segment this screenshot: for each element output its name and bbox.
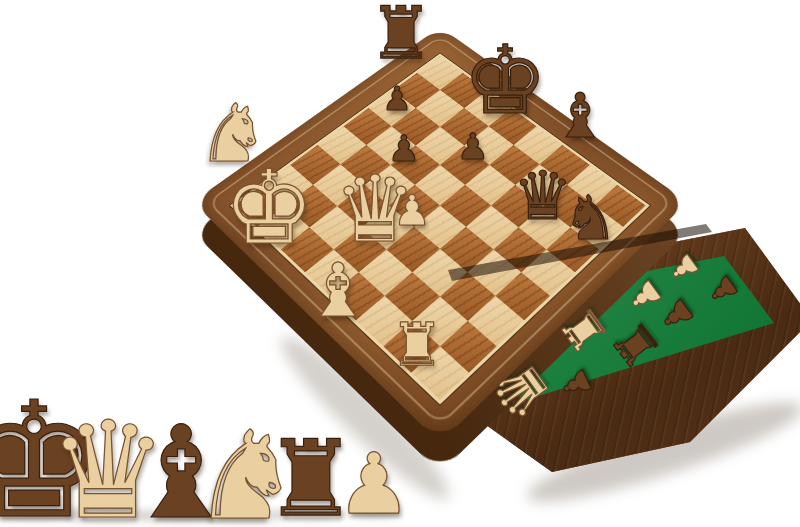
board-piece-white-king[interactable]: ♚ — [218, 157, 320, 259]
board-piece-black-pawn[interactable]: ♟ — [455, 129, 491, 165]
board-piece-black-knight[interactable]: ♞ — [560, 187, 621, 248]
board-piece-black-pawn[interactable]: ♟ — [381, 82, 414, 115]
display-piece-white-pawn[interactable]: ♟ — [332, 442, 416, 526]
board-piece-black-king[interactable]: ♚ — [458, 33, 553, 128]
board-piece-white-bishop[interactable]: ♝ — [301, 253, 375, 327]
chess-set-scene: ♜♚♝♟♟♟♛♞♞♚♛♟♝♜♛♜♜♟♟♟♟♟♚♛♝♞♜♟ — [0, 0, 800, 527]
board-piece-white-rook[interactable]: ♜ — [388, 315, 447, 374]
board-piece-white-pawn[interactable]: ♟ — [391, 190, 433, 232]
board-piece-black-rook[interactable]: ♜ — [365, 0, 437, 69]
board-piece-black-bishop[interactable]: ♝ — [550, 85, 611, 146]
